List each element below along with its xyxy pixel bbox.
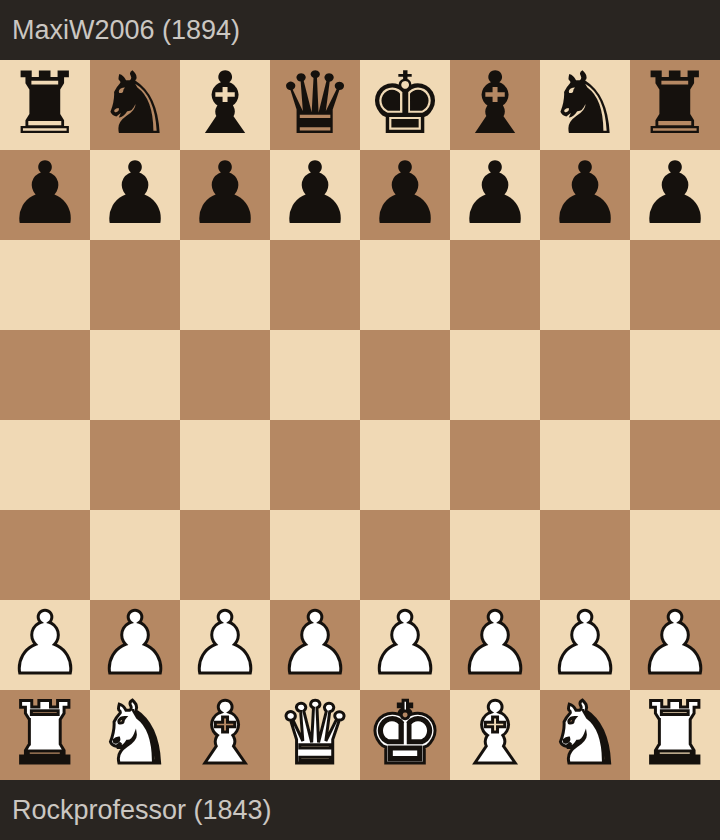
- square-h4[interactable]: [630, 420, 720, 510]
- square-b6[interactable]: [90, 240, 180, 330]
- square-e7[interactable]: ♟: [360, 150, 450, 240]
- square-a1[interactable]: ♜: [0, 690, 90, 780]
- square-b4[interactable]: [90, 420, 180, 510]
- square-h7[interactable]: ♟: [630, 150, 720, 240]
- square-c7[interactable]: ♟: [180, 150, 270, 240]
- square-f8[interactable]: ♝: [450, 60, 540, 150]
- square-d3[interactable]: [270, 510, 360, 600]
- square-b2[interactable]: ♟: [90, 600, 180, 690]
- piece-white-rook[interactable]: ♜: [636, 690, 713, 776]
- piece-white-bishop[interactable]: ♝: [456, 690, 533, 776]
- square-g4[interactable]: [540, 420, 630, 510]
- square-c6[interactable]: [180, 240, 270, 330]
- top-player-name-rating: MaxiW2006 (1894): [12, 15, 240, 46]
- square-h2[interactable]: ♟: [630, 600, 720, 690]
- piece-black-pawn[interactable]: ♟: [456, 150, 533, 236]
- square-g8[interactable]: ♞: [540, 60, 630, 150]
- square-g2[interactable]: ♟: [540, 600, 630, 690]
- piece-black-pawn[interactable]: ♟: [366, 150, 443, 236]
- square-f2[interactable]: ♟: [450, 600, 540, 690]
- piece-black-pawn[interactable]: ♟: [6, 150, 83, 236]
- piece-white-pawn[interactable]: ♟: [456, 600, 533, 686]
- piece-black-pawn[interactable]: ♟: [636, 150, 713, 236]
- piece-white-knight[interactable]: ♞: [546, 690, 623, 776]
- bottom-player-name-rating: Rockprofessor (1843): [12, 795, 272, 826]
- square-d1[interactable]: ♛: [270, 690, 360, 780]
- square-h3[interactable]: [630, 510, 720, 600]
- square-e2[interactable]: ♟: [360, 600, 450, 690]
- square-g5[interactable]: [540, 330, 630, 420]
- square-a6[interactable]: [0, 240, 90, 330]
- square-g7[interactable]: ♟: [540, 150, 630, 240]
- square-h8[interactable]: ♜: [630, 60, 720, 150]
- square-b8[interactable]: ♞: [90, 60, 180, 150]
- square-c5[interactable]: [180, 330, 270, 420]
- piece-white-pawn[interactable]: ♟: [186, 600, 263, 686]
- square-d2[interactable]: ♟: [270, 600, 360, 690]
- square-c1[interactable]: ♝: [180, 690, 270, 780]
- piece-white-pawn[interactable]: ♟: [546, 600, 623, 686]
- square-f4[interactable]: [450, 420, 540, 510]
- piece-black-knight[interactable]: ♞: [546, 60, 623, 146]
- square-a4[interactable]: [0, 420, 90, 510]
- square-b3[interactable]: [90, 510, 180, 600]
- square-f7[interactable]: ♟: [450, 150, 540, 240]
- square-e6[interactable]: [360, 240, 450, 330]
- square-d7[interactable]: ♟: [270, 150, 360, 240]
- square-g6[interactable]: [540, 240, 630, 330]
- square-d4[interactable]: [270, 420, 360, 510]
- square-e3[interactable]: [360, 510, 450, 600]
- square-b5[interactable]: [90, 330, 180, 420]
- piece-white-queen[interactable]: ♛: [276, 690, 353, 776]
- square-e8[interactable]: ♚: [360, 60, 450, 150]
- square-h6[interactable]: [630, 240, 720, 330]
- piece-white-pawn[interactable]: ♟: [636, 600, 713, 686]
- piece-black-rook[interactable]: ♜: [6, 60, 83, 146]
- piece-black-knight[interactable]: ♞: [96, 60, 173, 146]
- piece-white-rook[interactable]: ♜: [6, 690, 83, 776]
- square-d5[interactable]: [270, 330, 360, 420]
- square-d8[interactable]: ♛: [270, 60, 360, 150]
- piece-white-knight[interactable]: ♞: [96, 690, 173, 776]
- piece-white-king[interactable]: ♚: [366, 690, 443, 776]
- piece-white-pawn[interactable]: ♟: [96, 600, 173, 686]
- piece-white-pawn[interactable]: ♟: [366, 600, 443, 686]
- square-e4[interactable]: [360, 420, 450, 510]
- square-c4[interactable]: [180, 420, 270, 510]
- square-f3[interactable]: [450, 510, 540, 600]
- bottom-player-bar: Rockprofessor (1843): [0, 780, 720, 840]
- square-c2[interactable]: ♟: [180, 600, 270, 690]
- square-g1[interactable]: ♞: [540, 690, 630, 780]
- square-f6[interactable]: [450, 240, 540, 330]
- piece-black-pawn[interactable]: ♟: [276, 150, 353, 236]
- piece-white-pawn[interactable]: ♟: [276, 600, 353, 686]
- piece-black-pawn[interactable]: ♟: [546, 150, 623, 236]
- square-b7[interactable]: ♟: [90, 150, 180, 240]
- square-a2[interactable]: ♟: [0, 600, 90, 690]
- square-c8[interactable]: ♝: [180, 60, 270, 150]
- piece-black-king[interactable]: ♚: [366, 60, 443, 146]
- square-f5[interactable]: [450, 330, 540, 420]
- square-a7[interactable]: ♟: [0, 150, 90, 240]
- piece-black-queen[interactable]: ♛: [276, 60, 353, 146]
- square-a3[interactable]: [0, 510, 90, 600]
- piece-black-bishop[interactable]: ♝: [186, 60, 263, 146]
- square-a8[interactable]: ♜: [0, 60, 90, 150]
- square-h5[interactable]: [630, 330, 720, 420]
- square-d6[interactable]: [270, 240, 360, 330]
- piece-black-pawn[interactable]: ♟: [186, 150, 263, 236]
- chess-board: ♜♞♝♛♚♝♞♜♟♟♟♟♟♟♟♟♟♟♟♟♟♟♟♟♜♞♝♛♚♝♞♜: [0, 60, 720, 780]
- chess-game-screen: MaxiW2006 (1894) ♜♞♝♛♚♝♞♜♟♟♟♟♟♟♟♟♟♟♟♟♟♟♟…: [0, 0, 720, 840]
- piece-white-pawn[interactable]: ♟: [6, 600, 83, 686]
- square-b1[interactable]: ♞: [90, 690, 180, 780]
- square-g3[interactable]: [540, 510, 630, 600]
- square-e1[interactable]: ♚: [360, 690, 450, 780]
- piece-black-rook[interactable]: ♜: [636, 60, 713, 146]
- top-player-bar: MaxiW2006 (1894): [0, 0, 720, 60]
- square-a5[interactable]: [0, 330, 90, 420]
- piece-white-bishop[interactable]: ♝: [186, 690, 263, 776]
- square-e5[interactable]: [360, 330, 450, 420]
- piece-black-pawn[interactable]: ♟: [96, 150, 173, 236]
- piece-black-bishop[interactable]: ♝: [456, 60, 533, 146]
- square-f1[interactable]: ♝: [450, 690, 540, 780]
- square-c3[interactable]: [180, 510, 270, 600]
- square-h1[interactable]: ♜: [630, 690, 720, 780]
